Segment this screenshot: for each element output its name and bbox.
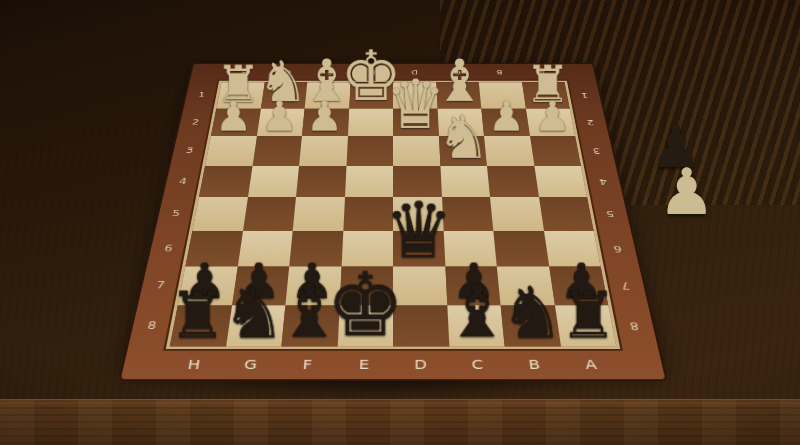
board-frame: ♜♞♝♚♝♜♟♟♟♛♟♟♞♛♟♟♟♟♟♜♞♝♚♝♞♜ HGFEDCBA HGFE… — [121, 64, 666, 379]
table-front-edge — [0, 399, 800, 445]
square-b5 — [490, 197, 543, 231]
square-f3 — [299, 136, 347, 165]
square-a5 — [539, 197, 594, 231]
piece-white-P-b2: ♟ — [488, 98, 525, 136]
square-c3: ♞ — [439, 136, 487, 165]
piece-black-R-h8: ♜ — [169, 286, 227, 345]
piece-black-R-a8: ♜ — [559, 286, 617, 345]
square-f5 — [293, 197, 345, 231]
square-g3 — [252, 136, 302, 165]
rank-label-left-4: 4 — [163, 166, 202, 197]
square-e8: ♚ — [337, 305, 393, 346]
file-label-near-c: C — [449, 349, 508, 379]
piece-black-N-b8: ♞ — [500, 280, 564, 346]
square-b4 — [487, 166, 539, 197]
square-g8: ♞ — [226, 305, 286, 346]
square-g5 — [243, 197, 296, 231]
file-label-near-a: A — [561, 349, 623, 379]
square-d3 — [393, 136, 440, 165]
square-f2: ♟ — [302, 108, 349, 136]
rank-label-left-1: 1 — [184, 82, 219, 108]
square-a4 — [534, 166, 587, 197]
square-f4 — [296, 166, 346, 197]
rank-label-right-1: 1 — [567, 82, 602, 108]
file-labels-near: HGFEDCBA — [163, 349, 622, 379]
piece-white-P-g2: ♟ — [261, 98, 298, 136]
rank-label-left-2: 2 — [177, 108, 213, 136]
square-a3 — [530, 136, 581, 165]
square-h4 — [199, 166, 252, 197]
piece-black-K-e8: ♚ — [326, 265, 404, 345]
photo-scene: ♜♞♝♚♝♜♟♟♟♛♟♟♞♛♟♟♟♟♟♜♞♝♚♝♞♜ HGFEDCBA HGFE… — [0, 0, 800, 445]
square-b8: ♞ — [501, 305, 561, 346]
piece-white-P-f2: ♟ — [306, 98, 343, 136]
square-g4 — [248, 166, 300, 197]
rank-label-right-2: 2 — [572, 108, 608, 136]
square-e3 — [346, 136, 393, 165]
file-label-near-f: F — [278, 349, 337, 379]
chess-board: ♜♞♝♚♝♜♟♟♟♛♟♟♞♛♟♟♟♟♟♜♞♝♚♝♞♜ HGFEDCBA HGFE… — [121, 64, 666, 379]
piece-white-P-a2: ♟ — [534, 98, 571, 136]
piece-black-N-g8: ♞ — [222, 280, 286, 346]
square-d2: ♛ — [393, 108, 439, 136]
square-h2: ♟ — [211, 108, 261, 136]
file-label-near-e: E — [336, 349, 393, 379]
file-label-near-b: B — [505, 349, 565, 379]
piece-white-P-h2: ♟ — [215, 98, 252, 136]
piece-white-N-c3: ♞ — [436, 110, 490, 165]
file-label-near-g: G — [221, 349, 281, 379]
board-grid: ♜♞♝♚♝♜♟♟♟♛♟♟♞♛♟♟♟♟♟♜♞♝♚♝♞♜ — [166, 81, 620, 349]
square-b6 — [493, 231, 548, 267]
file-label-near-d: D — [393, 349, 450, 379]
file-label-near-h: H — [163, 349, 225, 379]
square-h5 — [192, 197, 247, 231]
rank-label-left-3: 3 — [170, 136, 208, 165]
captured-white-pawn: ♟ — [658, 160, 715, 224]
square-g2: ♟ — [256, 108, 304, 136]
square-b3 — [484, 136, 534, 165]
rank-label-left-5: 5 — [155, 197, 196, 231]
square-h3 — [205, 136, 256, 165]
square-a2: ♟ — [525, 108, 575, 136]
square-c8: ♝ — [447, 305, 505, 346]
rank-label-right-3: 3 — [578, 136, 616, 165]
